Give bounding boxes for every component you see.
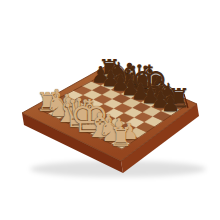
- black-pawn-glyph: ♟: [161, 94, 181, 116]
- product-photo: ♜♞♝♛♚♝♞♜♟♟♟♟♟♟♟♟♟♟♟♟♟♟♟♟♜♞♝♛♚♝♞♜: [0, 0, 220, 220]
- white-rook-glyph: ♜: [109, 124, 132, 150]
